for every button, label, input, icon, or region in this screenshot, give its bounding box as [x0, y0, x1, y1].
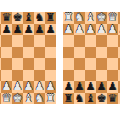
square-h4[interactable]	[45, 58, 56, 70]
white-queen-icon[interactable]: ♛	[108, 12, 118, 23]
white-rook-icon[interactable]: ♜	[46, 92, 56, 103]
square-h1[interactable]: ♜	[45, 93, 56, 105]
square-f4[interactable]	[85, 47, 96, 59]
square-f5[interactable]	[85, 58, 96, 70]
white-pawn-icon[interactable]: ♟	[75, 23, 85, 34]
square-c5[interactable]	[118, 58, 120, 70]
black-pawn-icon[interactable]: ♟	[75, 81, 85, 92]
white-pawn-icon[interactable]: ♟	[86, 23, 96, 34]
black-pawn-icon[interactable]: ♟	[24, 23, 34, 34]
right-board: ♜♞♝♚♛♝♟♟♟♟♟♟♟♟♟♟♟♟♜♞♝♚♛♝	[63, 12, 120, 104]
square-e3[interactable]	[96, 35, 107, 47]
dual-board-view: ♝♛♚♝♞♜♟♟♟♟♟♟♟♟♟♟♟♟♝♛♚♝♞♜ ♜♞♝♚♛♝♟♟♟♟♟♟♟♟♟…	[0, 0, 120, 120]
black-rook-icon[interactable]: ♜	[46, 12, 56, 23]
square-d6[interactable]	[1, 35, 12, 47]
square-g2[interactable]: ♟	[74, 24, 85, 36]
black-knight-icon[interactable]: ♞	[75, 92, 85, 103]
square-h7[interactable]: ♟	[45, 24, 56, 36]
black-bishop-icon[interactable]: ♝	[24, 12, 34, 23]
square-h4[interactable]	[63, 47, 74, 59]
white-pawn-icon[interactable]: ♟	[97, 23, 107, 34]
white-bishop-icon[interactable]: ♝	[119, 12, 120, 23]
white-pawn-icon[interactable]: ♟	[24, 81, 34, 92]
black-pawn-icon[interactable]: ♟	[2, 23, 12, 34]
square-e7[interactable]: ♟	[12, 24, 23, 36]
square-g4[interactable]	[74, 47, 85, 59]
square-g5[interactable]	[34, 47, 45, 59]
black-pawn-icon[interactable]: ♟	[35, 23, 45, 34]
white-pawn-icon[interactable]: ♟	[46, 81, 56, 92]
white-pawn-icon[interactable]: ♟	[64, 23, 74, 34]
square-f7[interactable]: ♟	[23, 24, 34, 36]
black-bishop-icon[interactable]: ♝	[119, 92, 120, 103]
white-rook-icon[interactable]: ♜	[64, 12, 74, 23]
square-e4[interactable]	[12, 58, 23, 70]
white-king-icon[interactable]: ♚	[97, 12, 107, 23]
square-f8[interactable]: ♝	[85, 93, 96, 105]
square-h5[interactable]	[63, 58, 74, 70]
square-c8[interactable]: ♝	[118, 93, 120, 105]
square-f3[interactable]	[85, 35, 96, 47]
square-d5[interactable]	[1, 47, 12, 59]
square-c2[interactable]: ♟	[118, 24, 120, 36]
square-f5[interactable]	[23, 47, 34, 59]
white-queen-icon[interactable]: ♛	[2, 92, 12, 103]
square-g3[interactable]	[74, 35, 85, 47]
square-d2[interactable]: ♟	[107, 24, 118, 36]
square-e4[interactable]	[96, 47, 107, 59]
black-pawn-icon[interactable]: ♟	[86, 81, 96, 92]
black-queen-icon[interactable]: ♛	[108, 92, 118, 103]
square-h2[interactable]: ♟	[63, 24, 74, 36]
black-rook-icon[interactable]: ♜	[64, 92, 74, 103]
black-knight-icon[interactable]: ♞	[35, 12, 45, 23]
white-pawn-icon[interactable]: ♟	[119, 23, 120, 34]
black-pawn-icon[interactable]: ♟	[64, 81, 74, 92]
square-d7[interactable]: ♟	[1, 24, 12, 36]
square-d3[interactable]	[107, 35, 118, 47]
square-h5[interactable]	[45, 47, 56, 59]
square-d4[interactable]	[1, 58, 12, 70]
white-bishop-icon[interactable]: ♝	[86, 12, 96, 23]
square-d8[interactable]: ♛	[107, 93, 118, 105]
square-d5[interactable]	[107, 58, 118, 70]
square-g6[interactable]	[34, 35, 45, 47]
black-king-icon[interactable]: ♚	[97, 92, 107, 103]
square-c4[interactable]	[118, 47, 120, 59]
square-f2[interactable]: ♟	[85, 24, 96, 36]
white-pawn-icon[interactable]: ♟	[35, 81, 45, 92]
square-c3[interactable]	[118, 35, 120, 47]
white-pawn-icon[interactable]: ♟	[2, 81, 12, 92]
square-f1[interactable]: ♝	[23, 93, 34, 105]
white-knight-icon[interactable]: ♞	[75, 12, 85, 23]
black-pawn-icon[interactable]: ♟	[108, 81, 118, 92]
square-f4[interactable]	[23, 58, 34, 70]
square-h6[interactable]	[45, 35, 56, 47]
square-h3[interactable]	[63, 35, 74, 47]
black-pawn-icon[interactable]: ♟	[13, 23, 23, 34]
square-e5[interactable]	[12, 47, 23, 59]
square-f6[interactable]	[23, 35, 34, 47]
square-g4[interactable]	[34, 58, 45, 70]
square-d1[interactable]: ♛	[1, 93, 12, 105]
square-g8[interactable]: ♞	[74, 93, 85, 105]
square-e6[interactable]	[12, 35, 23, 47]
black-pawn-icon[interactable]: ♟	[97, 81, 107, 92]
white-king-icon[interactable]: ♚	[13, 92, 23, 103]
white-bishop-icon[interactable]: ♝	[24, 92, 34, 103]
left-board: ♝♛♚♝♞♜♟♟♟♟♟♟♟♟♟♟♟♟♝♛♚♝♞♜	[0, 12, 56, 104]
left-board-viewport: ♝♛♚♝♞♜♟♟♟♟♟♟♟♟♟♟♟♟♝♛♚♝♞♜	[0, 12, 56, 104]
right-board-viewport: ♜♞♝♚♛♝♟♟♟♟♟♟♟♟♟♟♟♟♜♞♝♚♛♝	[63, 12, 120, 104]
square-g1[interactable]: ♞	[34, 93, 45, 105]
square-e2[interactable]: ♟	[96, 24, 107, 36]
square-e1[interactable]: ♚	[12, 93, 23, 105]
square-g5[interactable]	[74, 58, 85, 70]
square-g7[interactable]: ♟	[34, 24, 45, 36]
square-h8[interactable]: ♜	[63, 93, 74, 105]
square-d4[interactable]	[107, 47, 118, 59]
square-e5[interactable]	[96, 58, 107, 70]
black-pawn-icon[interactable]: ♟	[46, 23, 56, 34]
white-pawn-icon[interactable]: ♟	[108, 23, 118, 34]
white-pawn-icon[interactable]: ♟	[13, 81, 23, 92]
white-knight-icon[interactable]: ♞	[35, 92, 45, 103]
black-pawn-icon[interactable]: ♟	[119, 81, 120, 92]
black-king-icon[interactable]: ♚	[13, 12, 23, 23]
square-e8[interactable]: ♚	[96, 93, 107, 105]
black-queen-icon[interactable]: ♛	[2, 12, 12, 23]
black-bishop-icon[interactable]: ♝	[86, 92, 96, 103]
